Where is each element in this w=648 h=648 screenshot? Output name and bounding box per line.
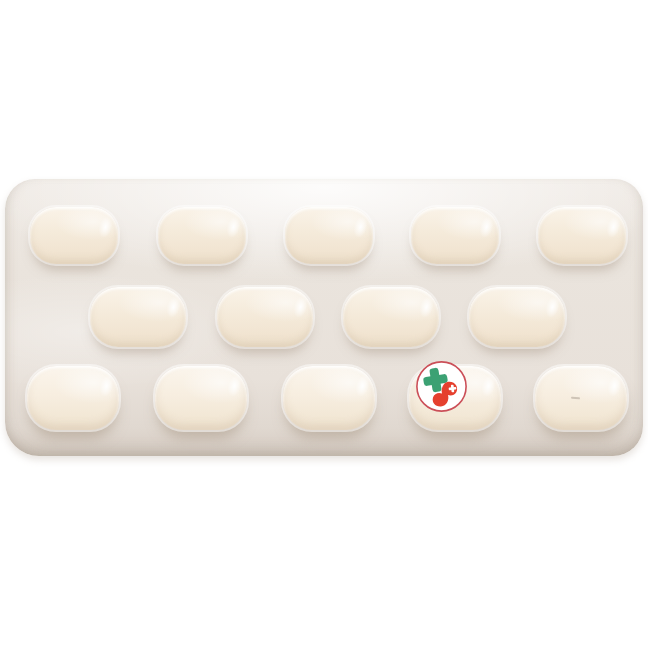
blister-pocket <box>535 366 627 430</box>
blister-pocket <box>285 207 373 264</box>
product-photo <box>0 0 648 648</box>
blister-pocket <box>469 287 565 347</box>
blister-pocket <box>283 366 375 430</box>
blister-pocket <box>411 207 499 264</box>
blister-pocket <box>90 287 186 347</box>
blister-pocket <box>30 207 118 264</box>
blister-pack <box>5 179 643 456</box>
blister-pocket <box>27 366 119 430</box>
blister-pocket <box>155 366 247 430</box>
pharmacy-logo <box>415 360 468 413</box>
pharmacy-logo-icon <box>415 360 468 413</box>
blister-pocket <box>343 287 439 347</box>
blister-pocket <box>217 287 313 347</box>
blister-pocket <box>158 207 246 264</box>
blister-pocket <box>538 207 626 264</box>
